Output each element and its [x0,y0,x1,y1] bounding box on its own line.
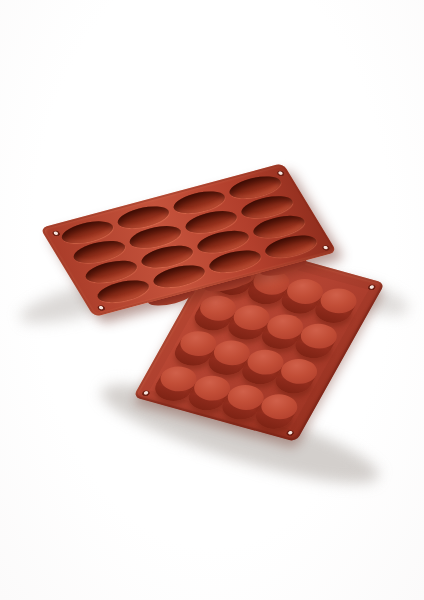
corner-hole [276,170,286,177]
product-photo-stage [0,0,424,600]
corner-hole [321,244,331,251]
corner-hole [51,230,61,237]
corner-hole [96,305,106,312]
corner-hole [367,284,377,291]
cavity-grid [40,163,283,228]
corner-hole [285,430,295,437]
